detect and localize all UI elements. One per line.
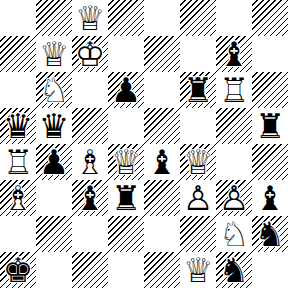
square-a2[interactable]: [0, 216, 36, 252]
square-f1[interactable]: ♛♕: [180, 252, 216, 288]
black-rook-fill: ♜: [108, 180, 144, 216]
white-queen-icon: ♕: [180, 252, 216, 288]
square-a6[interactable]: [0, 72, 36, 108]
white-bishop-fill: ♝: [0, 180, 36, 216]
square-g1[interactable]: ♞♞: [216, 252, 252, 288]
black-queen-icon: ♛: [0, 108, 36, 144]
square-a1[interactable]: ♚♚: [0, 252, 36, 288]
square-h1[interactable]: [252, 252, 288, 288]
square-b7[interactable]: ♛♕: [36, 36, 72, 72]
black-queen-fill: ♛: [0, 108, 36, 144]
square-h3[interactable]: ♝♝: [252, 180, 288, 216]
white-bishop-fill: ♝: [72, 144, 108, 180]
white-queen-fill: ♛: [108, 144, 144, 180]
square-a8[interactable]: [0, 0, 36, 36]
square-c8[interactable]: ♛♕: [72, 0, 108, 36]
white-pawn-icon: ♙: [216, 180, 252, 216]
square-h5[interactable]: ♜♜: [252, 108, 288, 144]
black-bishop-icon: ♝: [144, 144, 180, 180]
square-h6[interactable]: [252, 72, 288, 108]
square-f6[interactable]: ♜♜: [180, 72, 216, 108]
black-bishop-icon: ♝: [252, 180, 288, 216]
black-knight-fill: ♞: [216, 252, 252, 288]
white-queen-fill: ♛: [36, 36, 72, 72]
square-c2[interactable]: [72, 216, 108, 252]
square-b3[interactable]: [36, 180, 72, 216]
white-queen-fill: ♛: [180, 144, 216, 180]
square-e2[interactable]: [144, 216, 180, 252]
black-bishop-fill: ♝: [72, 180, 108, 216]
black-queen-fill: ♛: [36, 108, 72, 144]
white-king-fill: ♚: [72, 36, 108, 72]
square-g6[interactable]: ♜♖: [216, 72, 252, 108]
square-b8[interactable]: [36, 0, 72, 36]
black-king-icon: ♚: [0, 252, 36, 288]
square-c6[interactable]: [72, 72, 108, 108]
square-g3[interactable]: ♟♙: [216, 180, 252, 216]
chess-board: ♛♕♛♕♚♔♝♝♞♘♟♟♜♜♜♖♛♛♛♛♜♜♜♖♟♟♝♗♛♕♝♝♛♕♝♗♝♝♜♜…: [0, 0, 288, 288]
square-c7[interactable]: ♚♔: [72, 36, 108, 72]
black-pawn-icon: ♟: [36, 144, 72, 180]
square-h2[interactable]: ♞♞: [252, 216, 288, 252]
square-e1[interactable]: [144, 252, 180, 288]
square-e6[interactable]: [144, 72, 180, 108]
white-knight-icon: ♘: [216, 216, 252, 252]
white-queen-icon: ♕: [108, 144, 144, 180]
black-rook-icon: ♜: [252, 108, 288, 144]
white-knight-fill: ♞: [216, 216, 252, 252]
square-b2[interactable]: [36, 216, 72, 252]
square-f5[interactable]: [180, 108, 216, 144]
black-knight-icon: ♞: [216, 252, 252, 288]
black-queen-icon: ♛: [36, 108, 72, 144]
black-rook-fill: ♜: [252, 108, 288, 144]
square-f3[interactable]: ♟♙: [180, 180, 216, 216]
white-bishop-icon: ♗: [72, 144, 108, 180]
white-queen-fill: ♛: [180, 252, 216, 288]
square-a4[interactable]: ♜♖: [0, 144, 36, 180]
square-g2[interactable]: ♞♘: [216, 216, 252, 252]
square-d6[interactable]: ♟♟: [108, 72, 144, 108]
square-a7[interactable]: [0, 36, 36, 72]
square-e8[interactable]: [144, 0, 180, 36]
square-g4[interactable]: [216, 144, 252, 180]
white-knight-fill: ♞: [36, 72, 72, 108]
black-rook-fill: ♜: [180, 72, 216, 108]
white-bishop-icon: ♗: [0, 180, 36, 216]
square-b5[interactable]: ♛♛: [36, 108, 72, 144]
square-c4[interactable]: ♝♗: [72, 144, 108, 180]
black-bishop-fill: ♝: [216, 36, 252, 72]
square-d8[interactable]: [108, 0, 144, 36]
square-a5[interactable]: ♛♛: [0, 108, 36, 144]
black-pawn-icon: ♟: [108, 72, 144, 108]
white-rook-icon: ♖: [0, 144, 36, 180]
square-c1[interactable]: [72, 252, 108, 288]
white-king-icon: ♔: [72, 36, 108, 72]
white-queen-fill: ♛: [72, 0, 108, 36]
white-pawn-fill: ♟: [216, 180, 252, 216]
white-queen-icon: ♕: [180, 144, 216, 180]
white-pawn-fill: ♟: [180, 180, 216, 216]
square-d4[interactable]: ♛♕: [108, 144, 144, 180]
square-f8[interactable]: [180, 0, 216, 36]
white-rook-icon: ♖: [216, 72, 252, 108]
square-c3[interactable]: ♝♝: [72, 180, 108, 216]
black-rook-icon: ♜: [180, 72, 216, 108]
square-f7[interactable]: [180, 36, 216, 72]
square-c5[interactable]: [72, 108, 108, 144]
square-f2[interactable]: [180, 216, 216, 252]
square-d3[interactable]: ♜♜: [108, 180, 144, 216]
white-pawn-icon: ♙: [180, 180, 216, 216]
square-g7[interactable]: ♝♝: [216, 36, 252, 72]
black-knight-icon: ♞: [252, 216, 288, 252]
square-d1[interactable]: [108, 252, 144, 288]
white-queen-icon: ♕: [72, 0, 108, 36]
square-g8[interactable]: [216, 0, 252, 36]
square-d7[interactable]: [108, 36, 144, 72]
square-h8[interactable]: [252, 0, 288, 36]
square-a3[interactable]: ♝♗: [0, 180, 36, 216]
square-b6[interactable]: ♞♘: [36, 72, 72, 108]
white-rook-fill: ♜: [216, 72, 252, 108]
black-bishop-icon: ♝: [72, 180, 108, 216]
square-b4[interactable]: ♟♟: [36, 144, 72, 180]
square-g5[interactable]: [216, 108, 252, 144]
square-b1[interactable]: [36, 252, 72, 288]
white-rook-fill: ♜: [0, 144, 36, 180]
white-knight-icon: ♘: [36, 72, 72, 108]
black-bishop-icon: ♝: [216, 36, 252, 72]
black-bishop-fill: ♝: [252, 180, 288, 216]
black-rook-icon: ♜: [108, 180, 144, 216]
square-e3[interactable]: [144, 180, 180, 216]
square-h7[interactable]: [252, 36, 288, 72]
square-h4[interactable]: [252, 144, 288, 180]
black-bishop-fill: ♝: [144, 144, 180, 180]
square-d2[interactable]: [108, 216, 144, 252]
black-pawn-fill: ♟: [108, 72, 144, 108]
square-e5[interactable]: [144, 108, 180, 144]
white-queen-icon: ♕: [36, 36, 72, 72]
black-pawn-fill: ♟: [36, 144, 72, 180]
black-knight-fill: ♞: [252, 216, 288, 252]
square-e4[interactable]: ♝♝: [144, 144, 180, 180]
square-f4[interactable]: ♛♕: [180, 144, 216, 180]
black-king-fill: ♚: [0, 252, 36, 288]
square-d5[interactable]: [108, 108, 144, 144]
square-e7[interactable]: [144, 36, 180, 72]
